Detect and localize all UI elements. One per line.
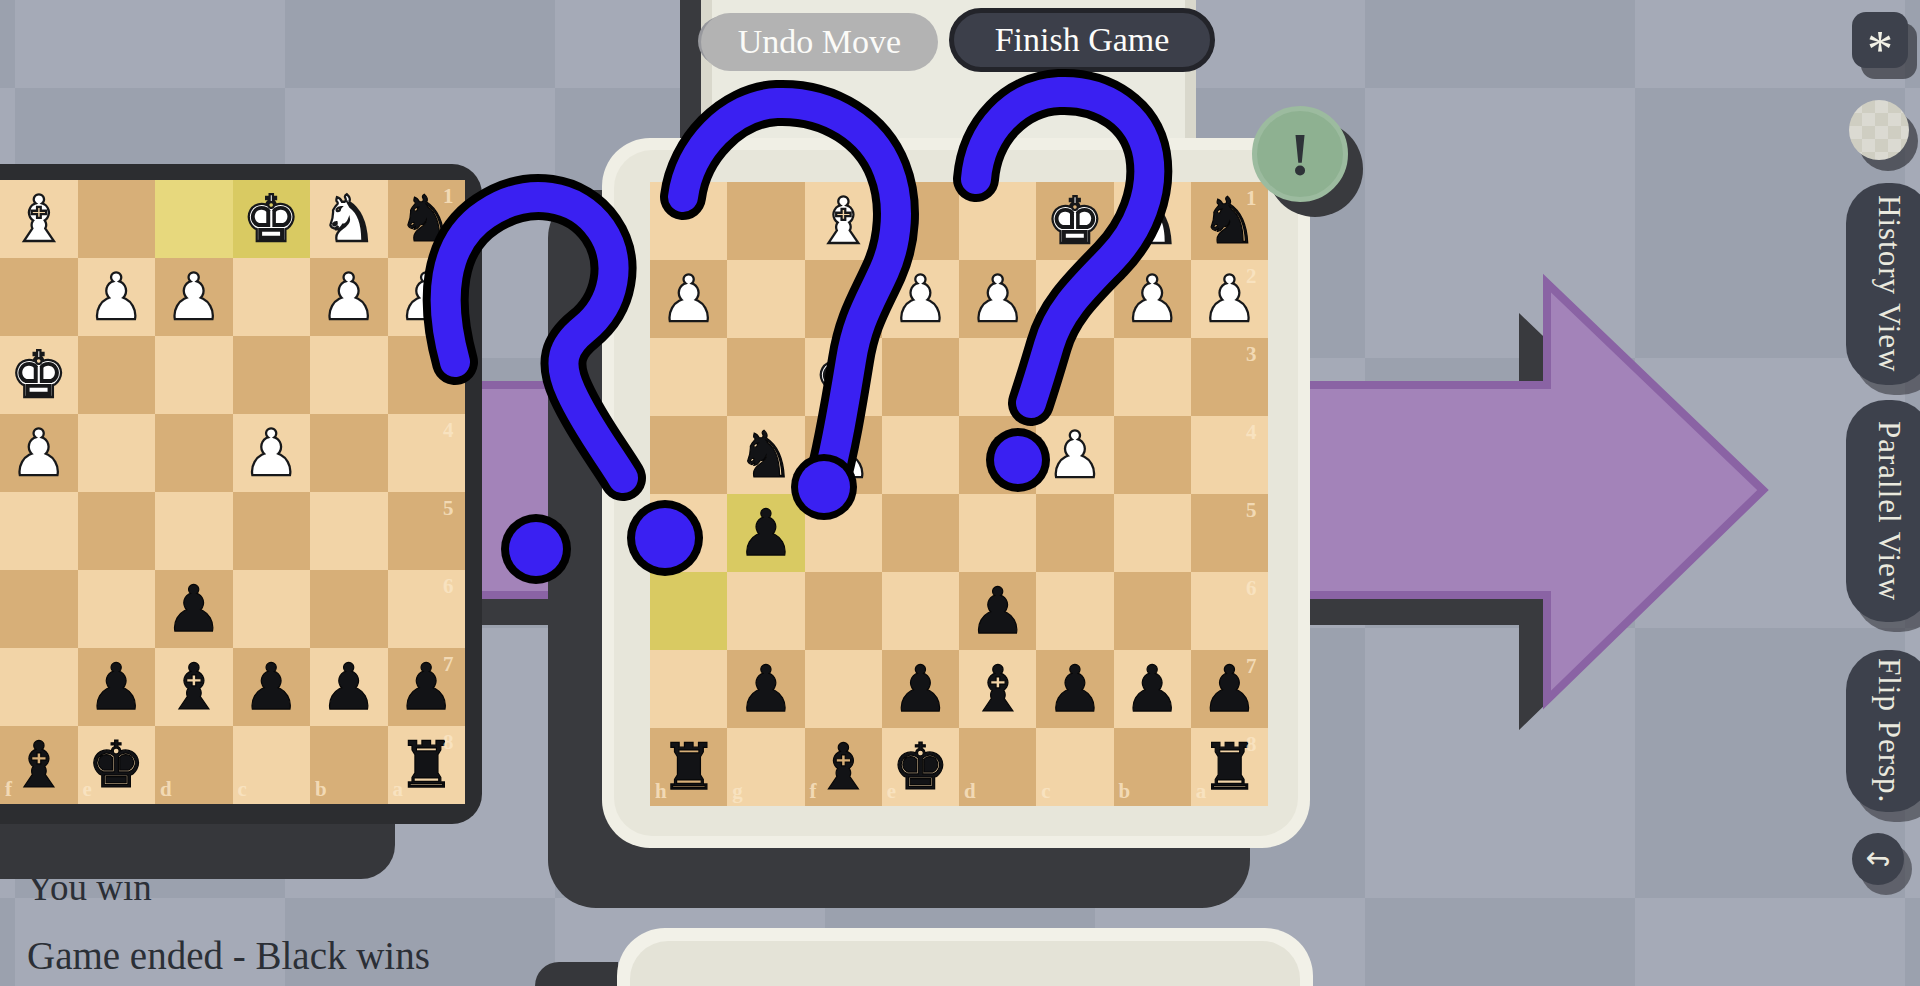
black-pawn-b7[interactable]: ♟ [310, 648, 388, 726]
square-f6[interactable] [0, 570, 78, 648]
square-h7[interactable] [650, 650, 727, 728]
black-knight-a1[interactable]: ♞ [388, 180, 466, 258]
black-pawn-g5[interactable]: ♟ [727, 494, 804, 572]
black-king-e8[interactable]: ♚ [78, 726, 156, 804]
undo-arrow-button[interactable]: ↩ [1852, 833, 1904, 885]
square-b5[interactable] [310, 492, 388, 570]
black-bishop-d7[interactable]: ♝ [959, 650, 1036, 728]
square-b4[interactable] [1114, 416, 1191, 494]
white-pawn-c4[interactable]: ♟ [1036, 416, 1113, 494]
black-bishop-f8[interactable]: ♝ [805, 728, 882, 806]
square-b6[interactable] [1114, 572, 1191, 650]
black-pawn-a7[interactable]: ♟ [1191, 650, 1268, 728]
square-c5[interactable] [233, 492, 311, 570]
white-pawn-c4[interactable]: ♟ [233, 414, 311, 492]
square-d3[interactable] [155, 336, 233, 414]
square-c3[interactable] [233, 336, 311, 414]
square-e3[interactable] [882, 338, 959, 416]
square-e4[interactable] [78, 414, 156, 492]
black-king-e8[interactable]: ♚ [882, 728, 959, 806]
black-pawn-c7[interactable]: ♟ [233, 648, 311, 726]
white-pawn-a2[interactable]: ♟ [1191, 260, 1268, 338]
finish-game-label: Finish Game [995, 21, 1170, 59]
bottom-panel-shadow-notch [535, 962, 618, 986]
star-label: * [1867, 24, 1893, 76]
square-a6[interactable] [388, 570, 466, 648]
black-rook-h8[interactable]: ♜ [650, 728, 727, 806]
black-pawn-e7[interactable]: ♟ [882, 650, 959, 728]
white-pawn-h2[interactable]: ♟ [650, 260, 727, 338]
square-f2[interactable] [0, 258, 78, 336]
square-e5[interactable] [78, 492, 156, 570]
square-c6[interactable] [1036, 572, 1113, 650]
white-bishop-f1[interactable]: ♝ [805, 182, 882, 260]
white-pawn-b2[interactable]: ♟ [1114, 260, 1191, 338]
parallel-view-button[interactable]: Parallel View [1846, 400, 1920, 622]
square-a5[interactable] [1191, 494, 1268, 572]
white-king-f3[interactable]: ♚ [805, 338, 882, 416]
white-pawn-a2[interactable]: ♟ [388, 258, 466, 336]
square-e6[interactable] [78, 570, 156, 648]
timeline-column-shadow [680, 0, 701, 150]
white-pawn-d2[interactable]: ♟ [155, 258, 233, 336]
square-g6[interactable] [727, 572, 804, 650]
white-pawn-f4[interactable]: ♟ [0, 414, 78, 492]
square-e5[interactable] [882, 494, 959, 572]
square-a4[interactable] [388, 414, 466, 492]
square-g8[interactable] [727, 728, 804, 806]
square-c8[interactable] [233, 726, 311, 804]
square-d1[interactable] [155, 180, 233, 258]
square-a3[interactable] [1191, 338, 1268, 416]
color-toggle-button[interactable] [1849, 100, 1909, 160]
black-knight-g4[interactable]: ♞ [727, 416, 804, 494]
square-c2[interactable] [233, 258, 311, 336]
square-h5[interactable] [650, 494, 727, 572]
white-pawn-b2[interactable]: ♟ [310, 258, 388, 336]
history-view-label: History View [1871, 195, 1907, 372]
black-pawn-e7[interactable]: ♟ [78, 648, 156, 726]
black-bishop-d7[interactable]: ♝ [155, 648, 233, 726]
black-pawn-d6[interactable]: ♟ [155, 570, 233, 648]
square-f6[interactable] [805, 572, 882, 650]
white-pawn-e2[interactable]: ♟ [78, 258, 156, 336]
square-g2[interactable] [727, 260, 804, 338]
square-h6[interactable] [650, 572, 727, 650]
square-d1[interactable] [959, 182, 1036, 260]
square-g3[interactable] [727, 338, 804, 416]
square-c2[interactable] [1036, 260, 1113, 338]
square-b6[interactable] [310, 570, 388, 648]
square-d8[interactable] [959, 728, 1036, 806]
square-d5[interactable] [959, 494, 1036, 572]
square-h1[interactable] [650, 182, 727, 260]
square-a3[interactable] [388, 336, 466, 414]
app-canvas: Undo Move Finish Game You win Game ended… [0, 0, 1920, 986]
square-a4[interactable] [1191, 416, 1268, 494]
next-board-panel-inner [630, 941, 1300, 986]
white-pawn-d2[interactable]: ♟ [959, 260, 1036, 338]
square-f7[interactable] [0, 648, 78, 726]
square-e6[interactable] [882, 572, 959, 650]
square-d4[interactable] [959, 416, 1036, 494]
white-pawn-e2[interactable]: ♟ [882, 260, 959, 338]
parallel-view-label: Parallel View [1871, 421, 1907, 601]
square-f7[interactable] [805, 650, 882, 728]
square-d5[interactable] [155, 492, 233, 570]
exclamation-glyph: ! [1290, 119, 1311, 190]
square-f5[interactable] [0, 492, 78, 570]
left-board-shadow [0, 815, 395, 879]
black-bishop-f8[interactable]: ♝ [0, 726, 78, 804]
square-a5[interactable] [388, 492, 466, 570]
square-f2[interactable] [805, 260, 882, 338]
white-pawn-f4[interactable]: ♟ [805, 416, 882, 494]
square-b8[interactable] [1114, 728, 1191, 806]
square-a6[interactable] [1191, 572, 1268, 650]
square-c3[interactable] [1036, 338, 1113, 416]
status-game-ended: Game ended - Black wins [27, 933, 430, 978]
white-bishop-f1[interactable]: ♝ [0, 180, 78, 258]
white-king-c1[interactable]: ♚ [1036, 182, 1113, 260]
white-king-f3[interactable]: ♚ [0, 336, 78, 414]
undo-arrow-icon: ↩ [1865, 844, 1890, 874]
square-c6[interactable] [233, 570, 311, 648]
black-pawn-d6[interactable]: ♟ [959, 572, 1036, 650]
exclamation-icon: ! [1252, 106, 1348, 202]
undo-move-label: Undo Move [738, 23, 901, 61]
square-f5[interactable] [805, 494, 882, 572]
black-pawn-c7[interactable]: ♟ [1036, 650, 1113, 728]
history-view-button[interactable]: History View [1846, 183, 1920, 385]
black-pawn-g7[interactable]: ♟ [727, 650, 804, 728]
black-knight-a1[interactable]: ♞ [1191, 182, 1268, 260]
square-d4[interactable] [155, 414, 233, 492]
square-b3[interactable] [1114, 338, 1191, 416]
flip-persp-label: Flip Persp. [1871, 658, 1907, 803]
square-e3[interactable] [78, 336, 156, 414]
white-king-c1[interactable]: ♚ [233, 180, 311, 258]
square-g1[interactable] [727, 182, 804, 260]
square-e1[interactable] [882, 182, 959, 260]
flip-perspective-button[interactable]: Flip Persp. [1846, 650, 1920, 812]
square-h3[interactable] [650, 338, 727, 416]
square-e4[interactable] [882, 416, 959, 494]
star-button[interactable]: * [1852, 12, 1908, 68]
square-d8[interactable] [155, 726, 233, 804]
square-b4[interactable] [310, 414, 388, 492]
square-h4[interactable] [650, 416, 727, 494]
finish-game-button[interactable]: Finish Game [949, 8, 1215, 72]
square-b5[interactable] [1114, 494, 1191, 572]
square-e1[interactable] [78, 180, 156, 258]
white-knight-b1[interactable]: ♞ [1114, 182, 1191, 260]
square-b3[interactable] [310, 336, 388, 414]
square-c8[interactable] [1036, 728, 1113, 806]
square-c5[interactable] [1036, 494, 1113, 572]
square-b8[interactable] [310, 726, 388, 804]
square-d3[interactable] [959, 338, 1036, 416]
black-pawn-b7[interactable]: ♟ [1114, 650, 1191, 728]
black-rook-a8[interactable]: ♜ [1191, 728, 1268, 806]
undo-move-button[interactable]: Undo Move [701, 13, 938, 71]
black-pawn-a7[interactable]: ♟ [388, 648, 466, 726]
white-knight-b1[interactable]: ♞ [310, 180, 388, 258]
black-rook-a8[interactable]: ♜ [388, 726, 466, 804]
